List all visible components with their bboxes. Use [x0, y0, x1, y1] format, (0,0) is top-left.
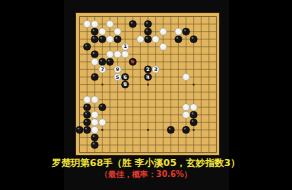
black-stone — [144, 36, 151, 43]
white-stone — [91, 21, 98, 28]
move-number-label: 3 — [154, 66, 158, 72]
black-stone — [91, 28, 98, 35]
white-stone — [91, 126, 98, 133]
black-stone — [91, 36, 98, 43]
white-stone — [106, 36, 113, 43]
white-stone — [160, 28, 167, 35]
white-stone — [91, 119, 98, 126]
white-stone — [190, 104, 197, 111]
white-stone — [182, 104, 189, 111]
white-stone — [106, 51, 113, 58]
white-stone — [99, 28, 106, 35]
black-stone — [99, 36, 106, 43]
black-stone — [84, 43, 91, 50]
go-board[interactable]: 123456789 — [76, 13, 219, 155]
black-stone — [91, 73, 98, 80]
video-frame: 123456789 罗楚玥第68手（胜 李小溪05，玄妙指数3） （最佳，概率：… — [0, 0, 292, 190]
black-stone — [99, 104, 106, 111]
black-stone — [144, 21, 151, 28]
black-stone — [144, 28, 151, 35]
black-stone — [190, 111, 197, 118]
black-stone — [84, 119, 91, 126]
move-number-label: 8 — [123, 81, 127, 87]
white-stone — [114, 51, 121, 58]
white-stone — [84, 96, 91, 103]
white-stone — [106, 21, 113, 28]
white-stone — [137, 36, 144, 43]
black-stone — [84, 104, 91, 111]
white-stone — [122, 51, 129, 58]
caption-bar: 罗楚玥第68手（胜 李小溪05，玄妙指数3） （最佳，概率：30.6%） — [0, 156, 292, 190]
black-stone — [84, 126, 91, 133]
black-stone — [175, 36, 182, 43]
white-stone — [99, 119, 106, 126]
move-number-label: 6 — [123, 74, 127, 80]
white-stone — [175, 28, 182, 35]
move-number-label: 2 — [146, 66, 149, 72]
white-stone — [91, 96, 98, 103]
caption-probability: （最佳，概率：30.6%） — [0, 169, 292, 181]
black-stone — [84, 111, 91, 118]
black-stone — [182, 126, 189, 133]
last-move-red-marker — [131, 60, 134, 63]
white-stone — [114, 28, 121, 35]
black-stone — [190, 36, 197, 43]
black-stone — [91, 141, 98, 148]
white-stone — [91, 111, 98, 118]
black-stone — [182, 28, 189, 35]
black-stone — [167, 126, 174, 133]
black-stone — [76, 126, 83, 133]
black-stone — [129, 21, 136, 28]
white-stone — [91, 58, 98, 65]
move-number-label: 5 — [116, 74, 120, 80]
black-stone — [114, 36, 121, 43]
move-number-label: 7 — [101, 66, 105, 72]
white-stone — [182, 73, 189, 80]
move-number-label: 1 — [123, 43, 127, 49]
white-stone — [84, 21, 91, 28]
black-stone — [106, 58, 113, 65]
go-board-svg: 123456789 — [76, 13, 219, 155]
black-stone — [91, 51, 98, 58]
white-stone — [152, 36, 159, 43]
black-stone — [99, 58, 106, 65]
black-stone — [91, 134, 98, 141]
black-stone — [190, 119, 197, 126]
move-number-label: 9 — [116, 66, 120, 72]
white-stone — [182, 111, 189, 118]
white-stone — [160, 43, 167, 50]
move-number-label: 4 — [146, 74, 150, 80]
caption-move-info: 罗楚玥第68手（胜 李小溪05，玄妙指数3） — [0, 156, 292, 169]
